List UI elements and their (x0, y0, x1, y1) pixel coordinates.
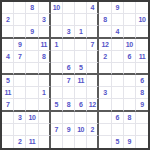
cell-r2c3[interactable] (26, 14, 38, 26)
cell-r1c6[interactable] (63, 2, 75, 14)
cell-r3c5[interactable] (51, 26, 63, 38)
cell-r3c1[interactable] (2, 26, 14, 38)
cell-r9c2[interactable] (14, 99, 26, 111)
cell-r10c9[interactable] (99, 112, 111, 124)
cell-r3c9[interactable] (99, 26, 111, 38)
cell-r10c3[interactable]: 10 (26, 112, 38, 124)
cell-r5c1[interactable]: 4 (2, 51, 14, 63)
cell-r1c2[interactable] (14, 2, 26, 14)
cell-r10c6[interactable] (63, 112, 75, 124)
cell-r11c11[interactable] (124, 124, 136, 136)
cell-r6c7[interactable]: 5 (75, 63, 87, 75)
cell-r3c6[interactable]: 3 (63, 26, 75, 38)
cell-r11c6[interactable]: 9 (63, 124, 75, 136)
cell-r10c8[interactable] (87, 112, 99, 124)
cell-r8c5[interactable] (51, 87, 63, 99)
cell-r12c4[interactable] (39, 136, 51, 148)
cell-r5c2[interactable]: 7 (14, 51, 26, 63)
cell-r5c12[interactable]: 11 (136, 51, 148, 63)
cell-r2c4[interactable]: 3 (39, 14, 51, 26)
cell-r5c8[interactable] (87, 51, 99, 63)
cell-r7c7[interactable]: 11 (75, 75, 87, 87)
cell-r9c11[interactable] (124, 99, 136, 111)
cell-r9c3[interactable] (26, 99, 38, 111)
cell-r6c2[interactable] (14, 63, 26, 75)
cell-r11c10[interactable] (112, 124, 124, 136)
cell-r6c8[interactable] (87, 63, 99, 75)
cell-r7c4[interactable] (39, 75, 51, 87)
cell-r5c9[interactable]: 2 (99, 51, 111, 63)
cell-r4c10[interactable] (112, 39, 124, 51)
cell-r12c5[interactable] (51, 136, 63, 148)
cell-r3c12[interactable] (136, 26, 148, 38)
cell-r12c12[interactable] (136, 136, 148, 148)
cell-r10c1[interactable] (2, 112, 14, 124)
cell-r10c4[interactable] (39, 112, 51, 124)
cell-r2c6[interactable] (63, 14, 75, 26)
cell-r4c8[interactable]: 7 (87, 39, 99, 51)
cell-r10c11[interactable]: 8 (124, 112, 136, 124)
cell-r1c5[interactable]: 10 (51, 2, 63, 14)
cell-r6c10[interactable] (112, 63, 124, 75)
cell-r7c3[interactable] (26, 75, 38, 87)
cell-r10c5[interactable] (51, 112, 63, 124)
cell-r10c10[interactable]: 6 (112, 112, 124, 124)
cell-r7c6[interactable]: 7 (63, 75, 75, 87)
cell-r2c8[interactable] (87, 14, 99, 26)
cell-r12c10[interactable]: 5 (112, 136, 124, 148)
cell-r8c1[interactable]: 11 (2, 87, 14, 99)
cell-r7c11[interactable] (124, 75, 136, 87)
cell-r4c4[interactable]: 11 (39, 39, 51, 51)
cell-r6c4[interactable] (39, 63, 51, 75)
cell-r12c3[interactable]: 11 (26, 136, 38, 148)
cell-r8c10[interactable] (112, 87, 124, 99)
cell-r4c7[interactable] (75, 39, 87, 51)
cell-r1c7[interactable] (75, 2, 87, 14)
cell-r6c11[interactable] (124, 63, 136, 75)
cell-r10c12[interactable] (136, 112, 148, 124)
cell-r4c11[interactable]: 10 (124, 39, 136, 51)
cell-r2c10[interactable] (112, 14, 124, 26)
cell-r2c11[interactable] (124, 14, 136, 26)
cell-r3c2[interactable] (14, 26, 26, 38)
cell-r3c10[interactable]: 4 (112, 26, 124, 38)
cell-r7c5[interactable] (51, 75, 63, 87)
cell-r7c12[interactable]: 6 (136, 75, 148, 87)
cell-r9c6[interactable]: 8 (63, 99, 75, 111)
cell-r7c8[interactable] (87, 75, 99, 87)
cell-r6c12[interactable] (136, 63, 148, 75)
cell-r4c9[interactable]: 12 (99, 39, 111, 51)
cell-r8c9[interactable]: 3 (99, 87, 111, 99)
cell-r11c9[interactable] (99, 124, 111, 136)
cell-r5c7[interactable] (75, 51, 87, 63)
cell-r11c5[interactable]: 7 (51, 124, 63, 136)
cell-r3c4[interactable] (39, 26, 51, 38)
cell-r2c5[interactable] (51, 14, 63, 26)
cell-r9c9[interactable] (99, 99, 111, 111)
cell-r10c2[interactable]: 3 (14, 112, 26, 124)
cell-r8c3[interactable] (26, 87, 38, 99)
cell-r5c4[interactable]: 8 (39, 51, 51, 63)
cell-r11c12[interactable] (136, 124, 148, 136)
cell-r9c12[interactable]: 9 (136, 99, 148, 111)
cell-r7c1[interactable]: 5 (2, 75, 14, 87)
cell-r11c2[interactable] (14, 124, 26, 136)
cell-r8c12[interactable]: 8 (136, 87, 148, 99)
cell-r8c11[interactable] (124, 87, 136, 99)
cell-r11c8[interactable]: 2 (87, 124, 99, 136)
cell-r3c7[interactable]: 1 (75, 26, 87, 38)
cell-r3c8[interactable] (87, 26, 99, 38)
cell-r12c8[interactable] (87, 136, 99, 148)
cell-r2c7[interactable] (75, 14, 87, 26)
cell-r9c1[interactable]: 7 (2, 99, 14, 111)
cell-r4c12[interactable] (136, 39, 148, 51)
cell-r8c7[interactable] (75, 87, 87, 99)
cell-r1c8[interactable]: 4 (87, 2, 99, 14)
cell-r5c3[interactable] (26, 51, 38, 63)
cell-r11c7[interactable]: 10 (75, 124, 87, 136)
cell-r1c11[interactable] (124, 2, 136, 14)
cell-r2c2[interactable] (14, 14, 26, 26)
cell-r4c6[interactable] (63, 39, 75, 51)
cell-r3c3[interactable]: 9 (26, 26, 38, 38)
cell-r11c3[interactable] (26, 124, 38, 136)
cell-r1c3[interactable]: 8 (26, 2, 38, 14)
cell-r9c10[interactable] (112, 99, 124, 111)
cell-r6c9[interactable] (99, 63, 111, 75)
cell-r9c7[interactable]: 6 (75, 99, 87, 111)
cell-r10c7[interactable] (75, 112, 87, 124)
cell-r7c9[interactable] (99, 75, 111, 87)
cell-r6c6[interactable]: 6 (63, 63, 75, 75)
cell-r5c10[interactable] (112, 51, 124, 63)
cell-r8c4[interactable]: 1 (39, 87, 51, 99)
cell-r2c9[interactable]: 8 (99, 14, 111, 26)
cell-r1c1[interactable] (2, 2, 14, 14)
cell-r6c3[interactable] (26, 63, 38, 75)
cell-r9c8[interactable]: 12 (87, 99, 99, 111)
cell-r5c5[interactable] (51, 51, 63, 63)
cell-r8c2[interactable] (14, 87, 26, 99)
cell-r12c11[interactable]: 9 (124, 136, 136, 148)
cell-r12c7[interactable] (75, 136, 87, 148)
cell-r12c1[interactable] (2, 136, 14, 148)
cell-r2c12[interactable]: 10 (136, 14, 148, 26)
cell-r1c4[interactable] (39, 2, 51, 14)
cell-r8c8[interactable] (87, 87, 99, 99)
cell-r11c4[interactable] (39, 124, 51, 136)
cell-r7c2[interactable] (14, 75, 26, 87)
cell-r4c5[interactable]: 1 (51, 39, 63, 51)
cell-r12c6[interactable] (63, 136, 75, 148)
cell-r9c4[interactable] (39, 99, 51, 111)
cell-r4c2[interactable]: 9 (14, 39, 26, 51)
cell-r7c10[interactable] (112, 75, 124, 87)
cell-r12c9[interactable] (99, 136, 111, 148)
cell-r5c11[interactable]: 6 (124, 51, 136, 63)
cell-r6c1[interactable] (2, 63, 14, 75)
cell-r9c5[interactable]: 5 (51, 99, 63, 111)
cell-r12c2[interactable]: 2 (14, 136, 26, 148)
cell-r8c6[interactable] (63, 87, 75, 99)
cell-r6c5[interactable] (51, 63, 63, 75)
cell-r1c10[interactable]: 9 (112, 2, 124, 14)
cell-r1c12[interactable] (136, 2, 148, 14)
cell-r4c3[interactable] (26, 39, 38, 51)
cell-r5c6[interactable] (63, 51, 75, 63)
cell-r2c1[interactable]: 2 (2, 14, 14, 26)
sudoku-board: 8104923810931491117121047826116557116111… (0, 0, 150, 150)
cell-r4c1[interactable] (2, 39, 14, 51)
cell-r11c1[interactable] (2, 124, 14, 136)
cell-r1c9[interactable] (99, 2, 111, 14)
cell-r3c11[interactable] (124, 26, 136, 38)
